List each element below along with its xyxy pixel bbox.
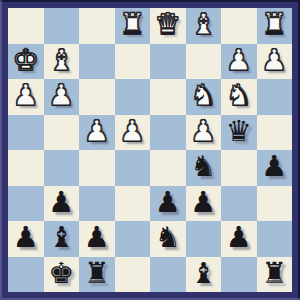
square-c4[interactable]: ♟ [186, 115, 222, 151]
square-c7[interactable] [186, 221, 222, 257]
black-rook[interactable]: ♜ [261, 259, 287, 288]
square-h3[interactable]: ♟ [8, 79, 44, 115]
square-h1[interactable] [8, 8, 44, 44]
square-c8[interactable]: ♝ [186, 257, 222, 293]
white-pawn[interactable]: ♟ [226, 46, 252, 75]
square-e5[interactable] [115, 150, 151, 186]
square-h8[interactable] [8, 257, 44, 293]
black-king[interactable]: ♚ [48, 259, 74, 288]
square-g6[interactable]: ♟ [44, 186, 80, 222]
square-h6[interactable] [8, 186, 44, 222]
black-rook[interactable]: ♜ [84, 259, 110, 288]
square-d2[interactable] [150, 44, 186, 80]
square-b6[interactable] [221, 186, 257, 222]
white-bishop[interactable]: ♝ [48, 46, 74, 75]
square-e4[interactable]: ♟ [115, 115, 151, 151]
square-b5[interactable] [221, 150, 257, 186]
black-bishop[interactable]: ♝ [190, 259, 216, 288]
square-c3[interactable]: ♞ [186, 79, 222, 115]
square-c5[interactable]: ♞ [186, 150, 222, 186]
black-pawn[interactable]: ♟ [155, 188, 181, 217]
black-pawn[interactable]: ♟ [84, 223, 110, 252]
square-a2[interactable]: ♟ [257, 44, 293, 80]
square-d6[interactable]: ♟ [150, 186, 186, 222]
white-pawn[interactable]: ♟ [190, 117, 216, 146]
square-f5[interactable] [79, 150, 115, 186]
white-pawn[interactable]: ♟ [119, 117, 145, 146]
square-g2[interactable]: ♝ [44, 44, 80, 80]
square-f6[interactable] [79, 186, 115, 222]
square-g5[interactable] [44, 150, 80, 186]
square-b1[interactable] [221, 8, 257, 44]
square-a1[interactable]: ♜ [257, 8, 293, 44]
square-e2[interactable] [115, 44, 151, 80]
square-h7[interactable]: ♟ [8, 221, 44, 257]
square-a5[interactable]: ♟ [257, 150, 293, 186]
square-d7[interactable]: ♞ [150, 221, 186, 257]
white-pawn[interactable]: ♟ [48, 81, 74, 110]
white-bishop[interactable]: ♝ [190, 10, 216, 39]
square-b7[interactable]: ♟ [221, 221, 257, 257]
black-pawn[interactable]: ♟ [261, 152, 287, 181]
square-e3[interactable] [115, 79, 151, 115]
square-a7[interactable] [257, 221, 293, 257]
black-queen[interactable]: ♛ [226, 117, 252, 146]
white-pawn[interactable]: ♟ [84, 117, 110, 146]
square-d4[interactable] [150, 115, 186, 151]
square-g4[interactable] [44, 115, 80, 151]
white-rook[interactable]: ♜ [261, 10, 287, 39]
black-pawn[interactable]: ♟ [13, 223, 39, 252]
black-pawn[interactable]: ♟ [48, 188, 74, 217]
white-pawn[interactable]: ♟ [13, 81, 39, 110]
square-e6[interactable] [115, 186, 151, 222]
black-pawn[interactable]: ♟ [226, 223, 252, 252]
square-f3[interactable] [79, 79, 115, 115]
square-c2[interactable] [186, 44, 222, 80]
white-rook[interactable]: ♜ [119, 10, 145, 39]
square-d3[interactable] [150, 79, 186, 115]
square-f4[interactable]: ♟ [79, 115, 115, 151]
square-h5[interactable] [8, 150, 44, 186]
square-a8[interactable]: ♜ [257, 257, 293, 293]
square-g3[interactable]: ♟ [44, 79, 80, 115]
white-knight[interactable]: ♞ [226, 81, 252, 110]
square-h4[interactable] [8, 115, 44, 151]
square-d1[interactable]: ♛ [150, 8, 186, 44]
square-a4[interactable] [257, 115, 293, 151]
square-f1[interactable] [79, 8, 115, 44]
square-f8[interactable]: ♜ [79, 257, 115, 293]
square-e1[interactable]: ♜ [115, 8, 151, 44]
square-g7[interactable]: ♝ [44, 221, 80, 257]
square-g1[interactable] [44, 8, 80, 44]
white-knight[interactable]: ♞ [190, 81, 216, 110]
square-b8[interactable] [221, 257, 257, 293]
white-pawn[interactable]: ♟ [261, 46, 287, 75]
square-d5[interactable] [150, 150, 186, 186]
white-queen[interactable]: ♛ [155, 10, 181, 39]
square-f2[interactable] [79, 44, 115, 80]
white-king[interactable]: ♚ [13, 46, 39, 75]
square-e8[interactable] [115, 257, 151, 293]
square-b2[interactable]: ♟ [221, 44, 257, 80]
square-e7[interactable] [115, 221, 151, 257]
board-grid: ♜♛♝♜♚♝♟♟♟♟♞♞♟♟♟♛♞♟♟♟♟♟♝♟♞♟♚♜♝♜ [8, 8, 292, 292]
chess-board: ♜♛♝♜♚♝♟♟♟♟♞♞♟♟♟♛♞♟♟♟♟♟♝♟♞♟♚♜♝♜ [0, 0, 300, 300]
black-knight[interactable]: ♞ [190, 152, 216, 181]
square-d8[interactable] [150, 257, 186, 293]
black-bishop[interactable]: ♝ [48, 223, 74, 252]
square-f7[interactable]: ♟ [79, 221, 115, 257]
square-g8[interactable]: ♚ [44, 257, 80, 293]
square-c1[interactable]: ♝ [186, 8, 222, 44]
square-b4[interactable]: ♛ [221, 115, 257, 151]
square-a3[interactable] [257, 79, 293, 115]
black-knight[interactable]: ♞ [155, 223, 181, 252]
square-a6[interactable] [257, 186, 293, 222]
square-h2[interactable]: ♚ [8, 44, 44, 80]
black-pawn[interactable]: ♟ [190, 188, 216, 217]
square-b3[interactable]: ♞ [221, 79, 257, 115]
square-c6[interactable]: ♟ [186, 186, 222, 222]
